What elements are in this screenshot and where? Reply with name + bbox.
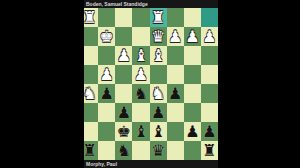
chess-video-frame: Boden, Samuel Standidge ♜♜♚♛♟♟♟♟♝♝♟♟♞♟♞♞… <box>84 0 218 168</box>
white-knight[interactable]: ♞ <box>84 84 98 103</box>
square-c2[interactable]: ♟ <box>167 27 184 46</box>
square-d1[interactable]: ♜ <box>150 8 167 27</box>
black-rook[interactable]: ♜ <box>201 141 218 160</box>
black-queen[interactable]: ♛ <box>150 141 167 160</box>
square-g4[interactable]: ♟ <box>98 65 115 84</box>
square-a2[interactable]: ♟ <box>201 27 218 46</box>
black-pawn[interactable]: ♟ <box>150 103 167 122</box>
square-c5[interactable]: ♟ <box>167 84 184 103</box>
square-a1[interactable] <box>201 8 218 27</box>
square-c6[interactable] <box>167 103 184 122</box>
square-h4[interactable] <box>84 65 98 84</box>
square-a5[interactable] <box>201 84 218 103</box>
white-bishop[interactable]: ♝ <box>150 46 167 65</box>
white-king[interactable]: ♚ <box>98 27 115 46</box>
board-viewport: ♜♜♚♛♟♟♟♟♝♝♟♟♞♟♞♞♟♟♟♚♝♝♟♟♜♞♛♜ <box>84 8 218 160</box>
white-pawn[interactable]: ♟ <box>98 65 115 84</box>
square-e4[interactable]: ♟ <box>132 65 149 84</box>
square-e7[interactable]: ♝ <box>132 122 149 141</box>
bottom-player-name: Morphy, Paul <box>84 160 218 168</box>
square-c7[interactable] <box>167 122 184 141</box>
square-g5[interactable]: ♟ <box>98 84 115 103</box>
square-g2[interactable]: ♚ <box>98 27 115 46</box>
square-g6[interactable] <box>98 103 115 122</box>
square-b6[interactable] <box>184 103 201 122</box>
square-d8[interactable]: ♛ <box>150 141 167 160</box>
square-g1[interactable] <box>98 8 115 27</box>
square-f4[interactable] <box>115 65 132 84</box>
square-b7[interactable]: ♟ <box>184 122 201 141</box>
square-a3[interactable] <box>201 46 218 65</box>
square-a6[interactable] <box>201 103 218 122</box>
black-pawn[interactable]: ♟ <box>201 122 218 141</box>
square-b8[interactable] <box>184 141 201 160</box>
square-a7[interactable]: ♟ <box>201 122 218 141</box>
square-e1[interactable] <box>132 8 149 27</box>
black-pawn[interactable]: ♟ <box>98 84 115 103</box>
square-g8[interactable] <box>98 141 115 160</box>
square-f6[interactable]: ♟ <box>115 103 132 122</box>
square-d6[interactable]: ♟ <box>150 103 167 122</box>
white-rook[interactable]: ♜ <box>84 8 98 27</box>
black-knight[interactable]: ♞ <box>115 141 132 160</box>
square-b1[interactable] <box>184 8 201 27</box>
square-f2[interactable] <box>115 27 132 46</box>
square-h5[interactable]: ♞ <box>84 84 98 103</box>
square-d4[interactable] <box>150 65 167 84</box>
square-h2[interactable] <box>84 27 98 46</box>
square-f5[interactable] <box>115 84 132 103</box>
square-e8[interactable] <box>132 141 149 160</box>
white-pawn[interactable]: ♟ <box>201 27 218 46</box>
white-pawn[interactable]: ♟ <box>132 65 149 84</box>
square-c1[interactable] <box>167 8 184 27</box>
square-h3[interactable] <box>84 46 98 65</box>
square-e6[interactable] <box>132 103 149 122</box>
square-h8[interactable]: ♜ <box>84 141 98 160</box>
square-a8[interactable]: ♜ <box>201 141 218 160</box>
letterbox-right <box>218 0 300 168</box>
square-c4[interactable] <box>167 65 184 84</box>
black-pawn[interactable]: ♟ <box>167 84 184 103</box>
square-f7[interactable]: ♚ <box>115 122 132 141</box>
black-knight[interactable]: ♞ <box>132 84 149 103</box>
square-c3[interactable] <box>167 46 184 65</box>
white-pawn[interactable]: ♟ <box>115 46 132 65</box>
chess-board[interactable]: ♜♜♚♛♟♟♟♟♝♝♟♟♞♟♞♞♟♟♟♚♝♝♟♟♜♞♛♜ <box>84 8 218 160</box>
square-f3[interactable]: ♟ <box>115 46 132 65</box>
white-rook[interactable]: ♜ <box>150 8 167 27</box>
square-d7[interactable]: ♝ <box>150 122 167 141</box>
square-g3[interactable] <box>98 46 115 65</box>
square-f8[interactable]: ♞ <box>115 141 132 160</box>
square-h7[interactable] <box>84 122 98 141</box>
square-d5[interactable]: ♞ <box>150 84 167 103</box>
square-g7[interactable] <box>98 122 115 141</box>
top-player-name: Boden, Samuel Standidge <box>84 0 218 8</box>
white-pawn[interactable]: ♟ <box>167 27 184 46</box>
square-e2[interactable] <box>132 27 149 46</box>
square-d2[interactable]: ♛ <box>150 27 167 46</box>
letterbox-left <box>0 0 84 168</box>
square-b2[interactable]: ♟ <box>184 27 201 46</box>
black-pawn[interactable]: ♟ <box>184 122 201 141</box>
black-bishop[interactable]: ♝ <box>150 122 167 141</box>
square-b4[interactable] <box>184 65 201 84</box>
white-bishop[interactable]: ♝ <box>132 46 149 65</box>
white-knight[interactable]: ♞ <box>150 84 167 103</box>
square-h1[interactable]: ♜ <box>84 8 98 27</box>
black-rook[interactable]: ♜ <box>84 141 98 160</box>
black-king[interactable]: ♚ <box>115 122 132 141</box>
white-queen[interactable]: ♛ <box>150 27 167 46</box>
square-b3[interactable] <box>184 46 201 65</box>
square-b5[interactable] <box>184 84 201 103</box>
white-pawn[interactable]: ♟ <box>184 27 201 46</box>
square-d3[interactable]: ♝ <box>150 46 167 65</box>
square-a4[interactable] <box>201 65 218 84</box>
square-h6[interactable] <box>84 103 98 122</box>
black-bishop[interactable]: ♝ <box>132 122 149 141</box>
square-e3[interactable]: ♝ <box>132 46 149 65</box>
black-pawn[interactable]: ♟ <box>115 103 132 122</box>
square-f1[interactable] <box>115 8 132 27</box>
square-c8[interactable] <box>167 141 184 160</box>
square-e5[interactable]: ♞ <box>132 84 149 103</box>
